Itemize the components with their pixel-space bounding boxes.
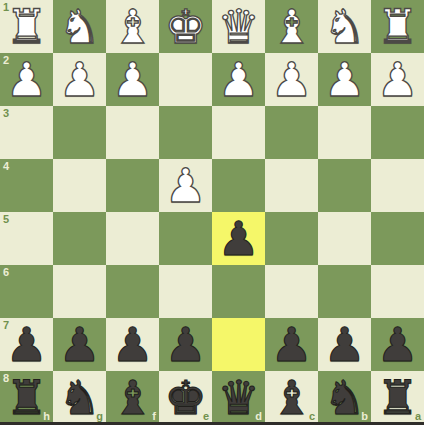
- square-f2[interactable]: ♟: [106, 53, 159, 106]
- square-b8[interactable]: b♞: [318, 371, 371, 424]
- black-rook-h8[interactable]: ♜: [0, 371, 53, 424]
- white-pawn-a2[interactable]: ♟: [371, 53, 424, 106]
- square-g3[interactable]: [53, 106, 106, 159]
- square-c5[interactable]: [265, 212, 318, 265]
- white-bishop-f1[interactable]: ♝: [106, 0, 159, 53]
- black-knight-b8[interactable]: ♞: [318, 371, 371, 424]
- square-f8[interactable]: f♝: [106, 371, 159, 424]
- square-e4[interactable]: ♟: [159, 159, 212, 212]
- black-king-e8[interactable]: ♚: [159, 371, 212, 424]
- square-a4[interactable]: [371, 159, 424, 212]
- square-h4[interactable]: 4: [0, 159, 53, 212]
- white-rook-a1[interactable]: ♜: [371, 0, 424, 53]
- square-a8[interactable]: a♜: [371, 371, 424, 424]
- square-e5[interactable]: [159, 212, 212, 265]
- square-b7[interactable]: ♟: [318, 318, 371, 371]
- square-d7[interactable]: [212, 318, 265, 371]
- square-c3[interactable]: [265, 106, 318, 159]
- square-d1[interactable]: ♛: [212, 0, 265, 53]
- square-g1[interactable]: ♞: [53, 0, 106, 53]
- white-pawn-e4[interactable]: ♟: [159, 159, 212, 212]
- square-h2[interactable]: 2♟: [0, 53, 53, 106]
- black-knight-g8[interactable]: ♞: [53, 371, 106, 424]
- square-e2[interactable]: [159, 53, 212, 106]
- black-bishop-c8[interactable]: ♝: [265, 371, 318, 424]
- black-pawn-e7[interactable]: ♟: [159, 318, 212, 371]
- black-pawn-g7[interactable]: ♟: [53, 318, 106, 371]
- white-rook-h1[interactable]: ♜: [0, 0, 53, 53]
- white-king-e1[interactable]: ♚: [159, 0, 212, 53]
- square-b1[interactable]: ♞: [318, 0, 371, 53]
- square-d3[interactable]: [212, 106, 265, 159]
- square-e7[interactable]: ♟: [159, 318, 212, 371]
- square-b2[interactable]: ♟: [318, 53, 371, 106]
- square-c1[interactable]: ♝: [265, 0, 318, 53]
- white-queen-d1[interactable]: ♛: [212, 0, 265, 53]
- square-g2[interactable]: ♟: [53, 53, 106, 106]
- white-pawn-d2[interactable]: ♟: [212, 53, 265, 106]
- rank-label-5: 5: [3, 214, 9, 225]
- chess-board-grid: 1♜♞♝♚♛♝♞♜2♟♟♟♟♟♟♟34♟5♟67♟♟♟♟♟♟♟8h♜g♞f♝e♚…: [0, 0, 424, 424]
- square-g5[interactable]: [53, 212, 106, 265]
- square-h3[interactable]: 3: [0, 106, 53, 159]
- square-d8[interactable]: d♛: [212, 371, 265, 424]
- square-f4[interactable]: [106, 159, 159, 212]
- black-pawn-d5[interactable]: ♟: [212, 212, 265, 265]
- square-a2[interactable]: ♟: [371, 53, 424, 106]
- square-f3[interactable]: [106, 106, 159, 159]
- square-g6[interactable]: [53, 265, 106, 318]
- square-h5[interactable]: 5: [0, 212, 53, 265]
- black-pawn-c7[interactable]: ♟: [265, 318, 318, 371]
- square-g7[interactable]: ♟: [53, 318, 106, 371]
- rank-label-3: 3: [3, 108, 9, 119]
- black-rook-a8[interactable]: ♜: [371, 371, 424, 424]
- square-e1[interactable]: ♚: [159, 0, 212, 53]
- square-d2[interactable]: ♟: [212, 53, 265, 106]
- square-e8[interactable]: e♚: [159, 371, 212, 424]
- chess-board: 1♜♞♝♚♛♝♞♜2♟♟♟♟♟♟♟34♟5♟67♟♟♟♟♟♟♟8h♜g♞f♝e♚…: [0, 0, 424, 425]
- square-c2[interactable]: ♟: [265, 53, 318, 106]
- square-b3[interactable]: [318, 106, 371, 159]
- square-g8[interactable]: g♞: [53, 371, 106, 424]
- square-d4[interactable]: [212, 159, 265, 212]
- black-pawn-b7[interactable]: ♟: [318, 318, 371, 371]
- black-queen-d8[interactable]: ♛: [212, 371, 265, 424]
- square-c4[interactable]: [265, 159, 318, 212]
- black-bishop-f8[interactable]: ♝: [106, 371, 159, 424]
- square-b6[interactable]: [318, 265, 371, 318]
- white-bishop-c1[interactable]: ♝: [265, 0, 318, 53]
- square-h7[interactable]: 7♟: [0, 318, 53, 371]
- black-pawn-f7[interactable]: ♟: [106, 318, 159, 371]
- square-c6[interactable]: [265, 265, 318, 318]
- white-pawn-h2[interactable]: ♟: [0, 53, 53, 106]
- square-h6[interactable]: 6: [0, 265, 53, 318]
- white-pawn-f2[interactable]: ♟: [106, 53, 159, 106]
- square-a1[interactable]: ♜: [371, 0, 424, 53]
- square-b5[interactable]: [318, 212, 371, 265]
- square-a5[interactable]: [371, 212, 424, 265]
- white-pawn-c2[interactable]: ♟: [265, 53, 318, 106]
- square-c7[interactable]: ♟: [265, 318, 318, 371]
- square-d5[interactable]: ♟: [212, 212, 265, 265]
- square-a7[interactable]: ♟: [371, 318, 424, 371]
- square-h1[interactable]: 1♜: [0, 0, 53, 53]
- square-f5[interactable]: [106, 212, 159, 265]
- square-f6[interactable]: [106, 265, 159, 318]
- square-e3[interactable]: [159, 106, 212, 159]
- black-pawn-h7[interactable]: ♟: [0, 318, 53, 371]
- square-f7[interactable]: ♟: [106, 318, 159, 371]
- square-f1[interactable]: ♝: [106, 0, 159, 53]
- square-g4[interactable]: [53, 159, 106, 212]
- white-knight-g1[interactable]: ♞: [53, 0, 106, 53]
- square-h8[interactable]: 8h♜: [0, 371, 53, 424]
- white-pawn-b2[interactable]: ♟: [318, 53, 371, 106]
- black-pawn-a7[interactable]: ♟: [371, 318, 424, 371]
- rank-label-4: 4: [3, 161, 9, 172]
- square-c8[interactable]: c♝: [265, 371, 318, 424]
- square-a6[interactable]: [371, 265, 424, 318]
- square-d6[interactable]: [212, 265, 265, 318]
- square-a3[interactable]: [371, 106, 424, 159]
- rank-label-6: 6: [3, 267, 9, 278]
- square-e6[interactable]: [159, 265, 212, 318]
- square-b4[interactable]: [318, 159, 371, 212]
- white-pawn-g2[interactable]: ♟: [53, 53, 106, 106]
- white-knight-b1[interactable]: ♞: [318, 0, 371, 53]
